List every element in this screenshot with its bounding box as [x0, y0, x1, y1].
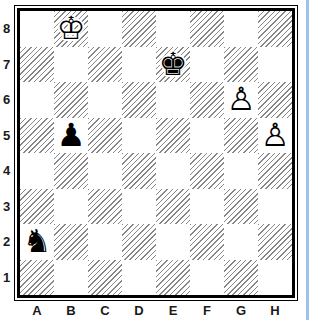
square-c1 [88, 260, 122, 296]
square-b2 [54, 224, 88, 260]
square-f7 [190, 47, 224, 83]
rank-label-6: 6 [0, 82, 13, 118]
square-f5 [190, 118, 224, 154]
square-e7: ♚ [156, 47, 190, 83]
square-b1 [54, 260, 88, 296]
square-c4 [88, 153, 122, 189]
square-c5 [88, 118, 122, 154]
square-h5: ♙ [258, 118, 292, 154]
square-a2: ♞ [20, 224, 54, 260]
square-h6 [258, 82, 292, 118]
square-e3 [156, 189, 190, 225]
square-a5 [20, 118, 54, 154]
rank-label-5: 5 [0, 118, 13, 154]
square-f2 [190, 224, 224, 260]
square-e1 [156, 260, 190, 296]
square-d1 [122, 260, 156, 296]
white-king: ♔ [54, 11, 88, 47]
board-border: ♔♚♙♟♙♞ [17, 8, 295, 298]
square-c3 [88, 189, 122, 225]
square-h2 [258, 224, 292, 260]
rank-label-1: 1 [0, 260, 13, 296]
square-g5 [224, 118, 258, 154]
square-h3 [258, 189, 292, 225]
square-d2 [122, 224, 156, 260]
square-f4 [190, 153, 224, 189]
square-f6 [190, 82, 224, 118]
chess-board: ♔♚♙♟♙♞ [20, 11, 292, 295]
file-label-b: B [54, 303, 88, 319]
white-pawn: ♙ [258, 118, 292, 154]
square-c6 [88, 82, 122, 118]
square-f1 [190, 260, 224, 296]
chess-diagram: { "game": "chess", "diagram_style": "pri… [0, 0, 314, 320]
square-g6: ♙ [224, 82, 258, 118]
square-e5 [156, 118, 190, 154]
square-g3 [224, 189, 258, 225]
square-b3 [54, 189, 88, 225]
square-e4 [156, 153, 190, 189]
square-a3 [20, 189, 54, 225]
black-pawn: ♟ [54, 118, 88, 154]
square-g2 [224, 224, 258, 260]
square-c8 [88, 11, 122, 47]
file-label-c: C [88, 303, 122, 319]
square-e8 [156, 11, 190, 47]
square-b4 [54, 153, 88, 189]
square-b7 [54, 47, 88, 83]
square-g8 [224, 11, 258, 47]
square-b5: ♟ [54, 118, 88, 154]
square-g7 [224, 47, 258, 83]
rank-label-2: 2 [0, 224, 13, 260]
square-a6 [20, 82, 54, 118]
square-h7 [258, 47, 292, 83]
file-label-h: H [258, 303, 292, 319]
page-edge-accent [306, 0, 309, 320]
square-g4 [224, 153, 258, 189]
square-b6 [54, 82, 88, 118]
board-frame: ♔♚♙♟♙♞ [14, 5, 298, 301]
square-d3 [122, 189, 156, 225]
square-a8 [20, 11, 54, 47]
square-g1 [224, 260, 258, 296]
square-f3 [190, 189, 224, 225]
file-label-g: G [224, 303, 258, 319]
square-e6 [156, 82, 190, 118]
rank-label-3: 3 [0, 189, 13, 225]
file-label-d: D [122, 303, 156, 319]
square-h8 [258, 11, 292, 47]
file-label-a: A [20, 303, 54, 319]
square-a4 [20, 153, 54, 189]
rank-label-4: 4 [0, 153, 13, 189]
black-king: ♚ [156, 47, 190, 83]
square-b8: ♔ [54, 11, 88, 47]
square-h4 [258, 153, 292, 189]
square-c7 [88, 47, 122, 83]
square-d6 [122, 82, 156, 118]
square-d5 [122, 118, 156, 154]
file-label-f: F [190, 303, 224, 319]
file-label-e: E [156, 303, 190, 319]
black-knight: ♞ [20, 224, 54, 260]
square-f8 [190, 11, 224, 47]
square-d4 [122, 153, 156, 189]
rank-label-7: 7 [0, 47, 13, 83]
rank-label-8: 8 [0, 11, 13, 47]
square-a1 [20, 260, 54, 296]
square-e2 [156, 224, 190, 260]
square-d8 [122, 11, 156, 47]
square-c2 [88, 224, 122, 260]
square-d7 [122, 47, 156, 83]
square-h1 [258, 260, 292, 296]
white-pawn: ♙ [224, 82, 258, 118]
square-a7 [20, 47, 54, 83]
